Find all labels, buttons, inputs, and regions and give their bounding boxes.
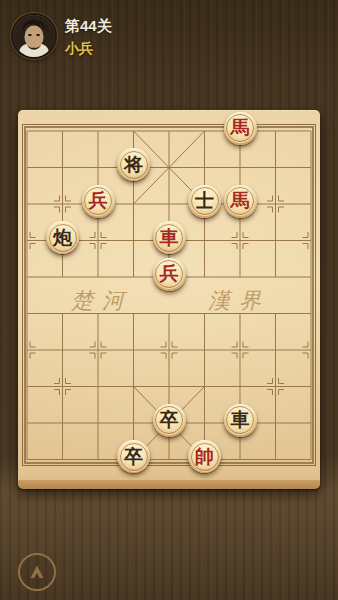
piece-character: 将 xyxy=(117,148,150,181)
piece-character: 帥 xyxy=(188,440,221,473)
piece-character: 馬 xyxy=(224,112,257,145)
piece-red-horse-1[interactable]: 馬 xyxy=(224,112,257,145)
piece-character: 炮 xyxy=(46,221,79,254)
player-name: 小兵 xyxy=(65,41,112,55)
piece-black-advisor[interactable]: 士 xyxy=(188,185,221,218)
piece-character: 卒 xyxy=(117,440,150,473)
piece-red-soldier-1[interactable]: 兵 xyxy=(82,185,115,218)
piece-red-chariot[interactable]: 車 xyxy=(153,221,186,254)
piece-character: 車 xyxy=(153,221,186,254)
piece-red-general[interactable]: 帥 xyxy=(188,440,221,473)
piece-red-horse-2[interactable]: 馬 xyxy=(224,185,257,218)
header: 第44关 小兵 xyxy=(0,0,338,72)
piece-red-soldier-2[interactable]: 兵 xyxy=(153,258,186,291)
scroll-top-button[interactable] xyxy=(18,553,56,591)
piece-grid: 馬将兵士馬炮車兵卒車卒帥 xyxy=(9,113,329,478)
avatar-portrait-icon xyxy=(13,15,55,57)
chevron-up-icon xyxy=(25,560,49,584)
board-panel: 楚河 漢界 馬将兵士馬炮車兵卒車卒帥 xyxy=(18,110,320,488)
piece-black-soldier-1[interactable]: 卒 xyxy=(153,404,186,437)
piece-character: 車 xyxy=(224,404,257,437)
piece-black-general[interactable]: 将 xyxy=(117,148,150,181)
piece-character: 兵 xyxy=(82,185,115,218)
piece-black-chariot[interactable]: 車 xyxy=(224,404,257,437)
level-label: 第44关 xyxy=(65,18,112,33)
piece-character: 卒 xyxy=(153,404,186,437)
piece-character: 士 xyxy=(188,185,221,218)
piece-black-cannon[interactable]: 炮 xyxy=(46,221,79,254)
piece-character: 馬 xyxy=(224,185,257,218)
piece-black-soldier-2[interactable]: 卒 xyxy=(117,440,150,473)
piece-character: 兵 xyxy=(153,258,186,291)
player-avatar[interactable] xyxy=(11,13,57,59)
app-background: 第44关 小兵 楚河 漢界 馬将兵士馬炮車兵卒車卒帥 xyxy=(0,0,338,600)
